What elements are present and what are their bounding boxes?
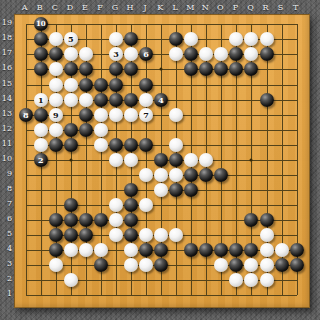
stone-white-J13: 7	[139, 108, 153, 122]
col-label-S: S	[278, 3, 283, 13]
stone-white-B14: 1	[34, 93, 48, 107]
col-label-G: G	[112, 3, 118, 13]
move-number-8: 8	[23, 110, 29, 118]
stone-black-G16	[109, 62, 123, 76]
stone-white-C18	[49, 32, 63, 46]
star-point-K16	[160, 68, 163, 71]
stone-black-H8	[124, 183, 138, 197]
stone-white-G10	[109, 153, 123, 167]
stone-black-B13	[34, 108, 48, 122]
row-label-10: 10	[0, 154, 12, 164]
stone-black-E12	[79, 123, 93, 137]
stone-black-D16	[64, 62, 78, 76]
row-label-18: 18	[0, 33, 12, 43]
grid-line-horizontal	[26, 295, 297, 296]
row-label-5: 5	[0, 229, 12, 239]
stone-black-C6	[49, 213, 63, 227]
row-label-4: 4	[0, 244, 12, 254]
col-label-C: C	[52, 3, 58, 13]
stone-black-Q16	[244, 62, 258, 76]
stone-white-L13	[169, 108, 183, 122]
stone-black-C17	[49, 47, 63, 61]
stone-black-Q6	[244, 213, 258, 227]
col-label-N: N	[202, 3, 209, 13]
row-label-11: 11	[0, 139, 12, 149]
stone-black-N16	[199, 62, 213, 76]
stone-black-E6	[79, 213, 93, 227]
stone-black-J11	[139, 138, 153, 152]
stone-black-J17: 6	[139, 47, 153, 61]
stone-black-F6	[94, 213, 108, 227]
stone-black-T4	[290, 243, 304, 257]
stone-white-M10	[184, 153, 198, 167]
stone-white-G5	[109, 228, 123, 242]
col-label-Q: Q	[247, 3, 254, 13]
stone-black-M8	[184, 183, 198, 197]
go-board[interactable]: 10536148972	[14, 14, 310, 308]
stone-black-A13: 8	[19, 108, 33, 122]
col-label-O: O	[217, 3, 224, 13]
col-label-P: P	[233, 3, 238, 13]
stone-black-D6	[64, 213, 78, 227]
stone-white-N17	[199, 47, 213, 61]
stone-black-J15	[139, 78, 153, 92]
stone-black-E16	[79, 62, 93, 76]
col-label-B: B	[37, 3, 43, 13]
stone-black-T3	[290, 258, 304, 272]
col-label-H: H	[127, 3, 134, 13]
stone-white-K5	[154, 228, 168, 242]
stone-white-R3	[260, 258, 274, 272]
col-label-R: R	[262, 3, 268, 13]
move-number-6: 6	[143, 50, 149, 58]
stone-white-J3	[139, 258, 153, 272]
stone-white-C3	[49, 258, 63, 272]
stone-white-B11	[34, 138, 48, 152]
stone-white-N10	[199, 153, 213, 167]
row-label-14: 14	[0, 94, 12, 104]
star-point-Q10	[250, 158, 253, 161]
stone-black-G14	[109, 93, 123, 107]
row-label-17: 17	[0, 48, 12, 58]
stone-black-B19: 10	[34, 17, 48, 31]
stone-white-D15	[64, 78, 78, 92]
stone-black-C4	[49, 243, 63, 257]
row-label-1: 1	[0, 289, 12, 299]
col-label-L: L	[173, 3, 178, 13]
stone-white-Q2	[244, 273, 258, 287]
stone-black-O4	[214, 243, 228, 257]
stone-black-H6	[124, 213, 138, 227]
stone-black-O16	[214, 62, 228, 76]
row-label-15: 15	[0, 79, 12, 89]
stone-white-B12	[34, 123, 48, 137]
stone-black-L8	[169, 183, 183, 197]
move-number-9: 9	[53, 110, 59, 118]
col-label-A: A	[22, 3, 28, 13]
col-label-D: D	[67, 3, 73, 13]
stone-black-D7	[64, 198, 78, 212]
stone-black-Q4	[244, 243, 258, 257]
move-number-1: 1	[38, 95, 44, 103]
stone-white-G17: 3	[109, 47, 123, 61]
row-label-6: 6	[0, 214, 12, 224]
stone-white-L11	[169, 138, 183, 152]
stone-white-S4	[275, 243, 289, 257]
stone-black-H16	[124, 62, 138, 76]
stone-white-H4	[124, 243, 138, 257]
stone-white-J7	[139, 198, 153, 212]
stone-white-F11	[94, 138, 108, 152]
stone-black-H18	[124, 32, 138, 46]
stone-white-Q17	[244, 47, 258, 61]
stone-white-E17	[79, 47, 93, 61]
stone-white-O17	[214, 47, 228, 61]
stone-white-F12	[94, 123, 108, 137]
stone-black-E15	[79, 78, 93, 92]
stone-black-P3	[229, 258, 243, 272]
row-label-2: 2	[0, 274, 12, 284]
row-label-16: 16	[0, 63, 12, 73]
stone-white-J9	[139, 168, 153, 182]
stone-black-B10: 2	[34, 153, 48, 167]
stone-black-M9	[184, 168, 198, 182]
stone-black-O9	[214, 168, 228, 182]
stone-white-R18	[260, 32, 274, 46]
row-label-13: 13	[0, 109, 12, 119]
stone-white-R5	[260, 228, 274, 242]
stone-black-G15	[109, 78, 123, 92]
move-number-10: 10	[36, 20, 46, 28]
stone-white-E4	[79, 243, 93, 257]
stone-white-G6	[109, 213, 123, 227]
move-number-7: 7	[143, 110, 149, 118]
stone-white-H10	[124, 153, 138, 167]
stone-white-R4	[260, 243, 274, 257]
row-label-3: 3	[0, 259, 12, 269]
stone-white-O3	[214, 258, 228, 272]
col-label-E: E	[82, 3, 88, 13]
stone-white-Q3	[244, 258, 258, 272]
stone-black-K3	[154, 258, 168, 272]
stone-white-G18	[109, 32, 123, 46]
stone-white-D4	[64, 243, 78, 257]
move-number-5: 5	[68, 35, 74, 43]
stone-white-C16	[49, 62, 63, 76]
stone-white-G13	[109, 108, 123, 122]
stone-black-G11	[109, 138, 123, 152]
stone-white-L17	[169, 47, 183, 61]
stone-black-F3	[94, 258, 108, 272]
stone-black-L18	[169, 32, 183, 46]
screenshot-stage: 10536148972 ABCDEFGHJKLMNOPQRST191817161…	[0, 0, 320, 320]
stone-black-H7	[124, 198, 138, 212]
stone-black-P4	[229, 243, 243, 257]
row-label-9: 9	[0, 169, 12, 179]
stone-black-E13	[79, 108, 93, 122]
col-label-K: K	[157, 3, 163, 13]
stone-white-F13	[94, 108, 108, 122]
stone-white-C14	[49, 93, 63, 107]
stone-black-R17	[260, 47, 274, 61]
stone-black-P16	[229, 62, 243, 76]
move-number-4: 4	[158, 95, 164, 103]
stone-black-K14: 4	[154, 93, 168, 107]
stone-black-D11	[64, 138, 78, 152]
col-label-T: T	[293, 3, 298, 13]
stone-white-P18	[229, 32, 243, 46]
row-label-12: 12	[0, 124, 12, 134]
stone-black-E5	[79, 228, 93, 242]
stone-black-D5	[64, 228, 78, 242]
stone-black-B17	[34, 47, 48, 61]
stone-black-K10	[154, 153, 168, 167]
stone-white-L5	[169, 228, 183, 242]
stone-black-M17	[184, 47, 198, 61]
stone-black-R14	[260, 93, 274, 107]
stone-black-N9	[199, 168, 213, 182]
row-label-8: 8	[0, 184, 12, 194]
stone-black-R6	[260, 213, 274, 227]
stone-white-H17	[124, 47, 138, 61]
stone-black-J4	[139, 243, 153, 257]
stone-white-K9	[154, 168, 168, 182]
stone-black-M16	[184, 62, 198, 76]
stone-black-B16	[34, 62, 48, 76]
stone-white-J14	[139, 93, 153, 107]
row-label-19: 19	[0, 18, 12, 28]
move-number-2: 2	[38, 155, 44, 163]
stone-white-F4	[94, 243, 108, 257]
row-label-7: 7	[0, 199, 12, 209]
stone-white-E14	[79, 93, 93, 107]
stone-white-D2	[64, 273, 78, 287]
stone-white-K8	[154, 183, 168, 197]
move-number-3: 3	[113, 50, 119, 58]
stone-white-Q18	[244, 32, 258, 46]
stone-white-J5	[139, 228, 153, 242]
col-label-F: F	[97, 3, 103, 13]
stone-black-L10	[169, 153, 183, 167]
stone-white-L9	[169, 168, 183, 182]
stone-white-R2	[260, 273, 274, 287]
stone-black-F15	[94, 78, 108, 92]
stone-black-H5	[124, 228, 138, 242]
col-label-M: M	[186, 3, 194, 13]
stone-white-C12	[49, 123, 63, 137]
stone-black-C11	[49, 138, 63, 152]
stone-black-S3	[275, 258, 289, 272]
stone-white-D17	[64, 47, 78, 61]
star-point-D10	[69, 158, 72, 161]
stone-black-P17	[229, 47, 243, 61]
stone-white-D14	[64, 93, 78, 107]
stone-white-P2	[229, 273, 243, 287]
stone-black-M4	[184, 243, 198, 257]
stone-white-H3	[124, 258, 138, 272]
stone-black-F14	[94, 93, 108, 107]
stone-black-K4	[154, 243, 168, 257]
stone-white-H13	[124, 108, 138, 122]
stone-black-D12	[64, 123, 78, 137]
stone-black-B18	[34, 32, 48, 46]
stone-black-C5	[49, 228, 63, 242]
stone-black-H14	[124, 93, 138, 107]
stone-white-C13: 9	[49, 108, 63, 122]
stone-black-H11	[124, 138, 138, 152]
stone-white-D18: 5	[64, 32, 78, 46]
stone-white-C15	[49, 78, 63, 92]
col-label-J: J	[143, 3, 146, 13]
stone-white-M18	[184, 32, 198, 46]
stone-white-G7	[109, 198, 123, 212]
stone-black-N4	[199, 243, 213, 257]
